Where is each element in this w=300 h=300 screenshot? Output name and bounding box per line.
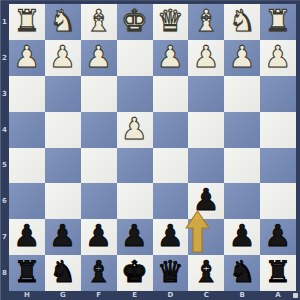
square-h8[interactable]: ♜ — [9, 255, 45, 291]
square-h4[interactable] — [9, 112, 45, 148]
square-f5[interactable] — [81, 148, 117, 184]
black-pawn[interactable]: ♟ — [157, 221, 184, 251]
rank-label-3: 3 — [0, 90, 9, 98]
square-h7[interactable]: ♟ — [9, 219, 45, 255]
square-d2[interactable]: ♟ — [153, 40, 189, 76]
rank-label-4: 4 — [0, 126, 9, 134]
square-g1[interactable]: ♞ — [45, 4, 81, 40]
square-e2[interactable] — [117, 40, 153, 76]
square-d5[interactable] — [153, 148, 189, 184]
square-f1[interactable]: ♝ — [81, 4, 117, 40]
square-h1[interactable]: ♜ — [9, 4, 45, 40]
rank-label-5: 5 — [0, 161, 9, 169]
square-c3[interactable] — [188, 76, 224, 112]
square-g5[interactable] — [45, 148, 81, 184]
white-queen[interactable]: ♛ — [157, 6, 184, 36]
square-c1[interactable]: ♝ — [188, 4, 224, 40]
black-knight[interactable]: ♞ — [49, 257, 76, 287]
black-knight[interactable]: ♞ — [229, 257, 256, 287]
square-a5[interactable] — [260, 148, 296, 184]
black-pawn[interactable]: ♟ — [85, 221, 112, 251]
square-d8[interactable]: ♛ — [153, 255, 189, 291]
square-f7[interactable]: ♟ — [81, 219, 117, 255]
square-e3[interactable] — [117, 76, 153, 112]
square-a8[interactable]: ♜ — [260, 255, 296, 291]
square-b2[interactable]: ♟ — [224, 40, 260, 76]
file-label-f: F — [89, 291, 109, 300]
white-bishop[interactable]: ♝ — [85, 6, 112, 36]
white-pawn[interactable]: ♟ — [121, 114, 148, 144]
black-rook[interactable]: ♜ — [13, 257, 40, 287]
square-c2[interactable]: ♟ — [188, 40, 224, 76]
square-d3[interactable] — [153, 76, 189, 112]
white-pawn[interactable]: ♟ — [265, 42, 292, 72]
square-e4[interactable]: ♟ — [117, 112, 153, 148]
square-e6[interactable] — [117, 183, 153, 219]
white-pawn[interactable]: ♟ — [85, 42, 112, 72]
white-pawn[interactable]: ♟ — [193, 42, 220, 72]
square-d1[interactable]: ♛ — [153, 4, 189, 40]
square-g3[interactable] — [45, 76, 81, 112]
square-a6[interactable] — [260, 183, 296, 219]
rank-label-8: 8 — [0, 269, 9, 277]
black-bishop[interactable]: ♝ — [193, 257, 220, 287]
square-b1[interactable]: ♞ — [224, 4, 260, 40]
white-pawn[interactable]: ♟ — [229, 42, 256, 72]
square-b4[interactable] — [224, 112, 260, 148]
square-g7[interactable]: ♟ — [45, 219, 81, 255]
square-d7[interactable]: ♟ — [153, 219, 189, 255]
square-a2[interactable]: ♟ — [260, 40, 296, 76]
black-pawn[interactable]: ♟ — [49, 221, 76, 251]
white-knight[interactable]: ♞ — [49, 6, 76, 36]
square-c8[interactable]: ♝ — [188, 255, 224, 291]
square-d4[interactable] — [153, 112, 189, 148]
square-b7[interactable]: ♟ — [224, 219, 260, 255]
square-f6[interactable] — [81, 183, 117, 219]
black-pawn[interactable]: ♟ — [265, 221, 292, 251]
square-b6[interactable] — [224, 183, 260, 219]
square-e1[interactable]: ♚ — [117, 4, 153, 40]
square-h2[interactable]: ♟ — [9, 40, 45, 76]
square-f4[interactable] — [81, 112, 117, 148]
white-pawn[interactable]: ♟ — [49, 42, 76, 72]
white-bishop[interactable]: ♝ — [193, 6, 220, 36]
chess-board-widget: ♜♞♝♚♛♝♞♜♟♟♟♟♟♟♟♟♟♟♟♟♟♟♟♟♜♞♝♚♛♝♞♜ 1234567… — [0, 0, 300, 300]
file-label-b: B — [232, 291, 252, 300]
resize-handle[interactable] — [293, 293, 298, 298]
square-g8[interactable]: ♞ — [45, 255, 81, 291]
rank-label-7: 7 — [0, 233, 9, 241]
rank-label-1: 1 — [0, 18, 9, 26]
square-a1[interactable]: ♜ — [260, 4, 296, 40]
square-a3[interactable] — [260, 76, 296, 112]
black-bishop[interactable]: ♝ — [85, 257, 112, 287]
square-g2[interactable]: ♟ — [45, 40, 81, 76]
square-h6[interactable] — [9, 183, 45, 219]
square-e8[interactable]: ♚ — [117, 255, 153, 291]
square-e5[interactable] — [117, 148, 153, 184]
white-knight[interactable]: ♞ — [229, 6, 256, 36]
square-f2[interactable]: ♟ — [81, 40, 117, 76]
file-label-a: A — [268, 291, 288, 300]
square-f3[interactable] — [81, 76, 117, 112]
white-pawn[interactable]: ♟ — [13, 42, 40, 72]
file-label-h: H — [17, 291, 37, 300]
square-h3[interactable] — [9, 76, 45, 112]
square-h5[interactable] — [9, 148, 45, 184]
file-label-c: C — [196, 291, 216, 300]
square-g6[interactable] — [45, 183, 81, 219]
square-c7[interactable] — [188, 219, 224, 255]
rank-label-2: 2 — [0, 54, 9, 62]
black-rook[interactable]: ♜ — [265, 257, 292, 287]
file-label-d: D — [160, 291, 180, 300]
file-label-e: E — [125, 291, 145, 300]
white-rook[interactable]: ♜ — [13, 6, 40, 36]
square-g4[interactable] — [45, 112, 81, 148]
black-pawn[interactable]: ♟ — [13, 221, 40, 251]
rank-label-6: 6 — [0, 197, 9, 205]
square-b8[interactable]: ♞ — [224, 255, 260, 291]
square-b3[interactable] — [224, 76, 260, 112]
square-e7[interactable]: ♟ — [117, 219, 153, 255]
white-king[interactable]: ♚ — [121, 6, 148, 36]
square-c6[interactable]: ♟ — [188, 183, 224, 219]
square-a4[interactable] — [260, 112, 296, 148]
board: ♜♞♝♚♛♝♞♜♟♟♟♟♟♟♟♟♟♟♟♟♟♟♟♟♜♞♝♚♛♝♞♜ — [9, 4, 296, 291]
black-pawn[interactable]: ♟ — [229, 221, 256, 251]
file-label-g: G — [53, 291, 73, 300]
black-king[interactable]: ♚ — [121, 257, 148, 287]
white-rook[interactable]: ♜ — [265, 6, 292, 36]
square-f8[interactable]: ♝ — [81, 255, 117, 291]
black-queen[interactable]: ♛ — [157, 257, 184, 287]
square-d6[interactable] — [153, 183, 189, 219]
black-pawn[interactable]: ♟ — [121, 221, 148, 251]
square-a7[interactable]: ♟ — [260, 219, 296, 255]
white-pawn[interactable]: ♟ — [157, 42, 184, 72]
square-c4[interactable] — [188, 112, 224, 148]
square-b5[interactable] — [224, 148, 260, 184]
black-pawn[interactable]: ♟ — [193, 185, 220, 215]
square-c5[interactable] — [188, 148, 224, 184]
